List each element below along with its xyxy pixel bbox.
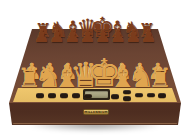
black-pawn-b7[interactable]: ♟: [49, 28, 65, 46]
black-pawn-a7[interactable]: ♟: [34, 28, 50, 46]
black-pawn-d7[interactable]: ♟: [79, 28, 95, 46]
white-rook-h1[interactable]: ♜: [148, 65, 172, 91]
black-pawn-h7[interactable]: ♟: [141, 28, 157, 46]
front-edge-highlight: [13, 123, 177, 124]
black-pawn-g7[interactable]: ♟: [125, 28, 141, 46]
black-pawn-f7[interactable]: ♟: [110, 28, 126, 46]
black-pawn-c7[interactable]: ♟: [64, 28, 80, 46]
brand-plaque-label: MILLENNIUM: [84, 111, 108, 114]
brand-plaque: MILLENNIUM: [83, 109, 109, 115]
black-pawn-e7[interactable]: ♟: [95, 28, 111, 46]
chess-computer-scene: MILLENNIUM ♜♞♝♛♚♝♞♜♟♟♟♟♟♟♟♟♟♟♟♟♟♟♟♟♜♞♝♛♚…: [0, 0, 189, 140]
panel-button-11[interactable]: [158, 93, 166, 98]
panel-button-8[interactable]: [123, 96, 131, 101]
